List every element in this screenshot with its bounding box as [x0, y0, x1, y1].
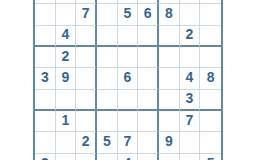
sudoku-cell[interactable]	[35, 4, 56, 25]
sudoku-cell[interactable]: 2	[180, 26, 201, 47]
sudoku-cell[interactable]: 5	[118, 4, 139, 25]
sudoku-cell[interactable]: 8	[200, 68, 221, 89]
sudoku-cell[interactable]	[180, 47, 201, 68]
sudoku-cell[interactable]: 2	[76, 132, 97, 153]
sudoku-cell[interactable]	[35, 132, 56, 153]
sudoku-cell[interactable]	[118, 90, 139, 111]
sudoku-cell[interactable]: 6	[138, 4, 159, 25]
sudoku-cell[interactable]: 7	[76, 4, 97, 25]
sudoku-cell[interactable]: 4	[180, 68, 201, 89]
sudoku-cell[interactable]	[97, 111, 118, 132]
sudoku-cell[interactable]	[159, 111, 180, 132]
sudoku-cell[interactable]	[35, 90, 56, 111]
sudoku-cell[interactable]	[56, 132, 77, 153]
sudoku-cell[interactable]	[159, 154, 180, 160]
sudoku-cell[interactable]	[76, 26, 97, 47]
sudoku-cell[interactable]	[76, 154, 97, 160]
sudoku-cell[interactable]	[118, 111, 139, 132]
sudoku-cell[interactable]	[138, 68, 159, 89]
sudoku-cell[interactable]: 9	[159, 132, 180, 153]
sudoku-cell[interactable]	[97, 154, 118, 160]
sudoku-cell[interactable]	[56, 4, 77, 25]
sudoku-board: 7568422396483172579345	[33, 0, 223, 160]
sudoku-cell[interactable]	[97, 90, 118, 111]
sudoku-cell[interactable]: 4	[118, 154, 139, 160]
sudoku-cell[interactable]	[97, 68, 118, 89]
sudoku-cell[interactable]	[159, 90, 180, 111]
sudoku-cell[interactable]	[200, 4, 221, 25]
sudoku-cell[interactable]	[56, 90, 77, 111]
sudoku-cell[interactable]	[76, 47, 97, 68]
sudoku-cell[interactable]	[97, 26, 118, 47]
sudoku-cell[interactable]: 5	[200, 154, 221, 160]
sudoku-cell[interactable]	[200, 111, 221, 132]
sudoku-cell[interactable]	[118, 26, 139, 47]
sudoku-cell[interactable]	[159, 26, 180, 47]
sudoku-cell[interactable]: 7	[180, 111, 201, 132]
sudoku-cell[interactable]	[200, 47, 221, 68]
sudoku-cell[interactable]	[180, 4, 201, 25]
sudoku-cell[interactable]	[138, 154, 159, 160]
sudoku-cell[interactable]: 2	[56, 47, 77, 68]
sudoku-cell[interactable]: 3	[35, 68, 56, 89]
sudoku-cell[interactable]	[76, 111, 97, 132]
sudoku-cell[interactable]: 9	[56, 68, 77, 89]
sudoku-cell[interactable]	[200, 26, 221, 47]
sudoku-cell[interactable]	[76, 68, 97, 89]
sudoku-cell[interactable]	[138, 111, 159, 132]
sudoku-cell[interactable]	[159, 68, 180, 89]
sudoku-cell[interactable]	[138, 47, 159, 68]
sudoku-cell[interactable]: 3	[180, 90, 201, 111]
sudoku-cell[interactable]	[35, 111, 56, 132]
sudoku-cell[interactable]	[97, 4, 118, 25]
sudoku-cell[interactable]	[180, 132, 201, 153]
sudoku-cell[interactable]	[159, 47, 180, 68]
sudoku-screen: 7568422396483172579345	[0, 0, 256, 160]
sudoku-cell[interactable]: 6	[118, 68, 139, 89]
sudoku-cell[interactable]	[97, 47, 118, 68]
sudoku-cell[interactable]	[56, 154, 77, 160]
sudoku-cell[interactable]	[138, 132, 159, 153]
sudoku-cell[interactable]	[180, 154, 201, 160]
sudoku-cell[interactable]: 5	[97, 132, 118, 153]
sudoku-cell[interactable]	[138, 90, 159, 111]
sudoku-cell[interactable]	[118, 47, 139, 68]
sudoku-cell[interactable]	[138, 26, 159, 47]
sudoku-cell[interactable]	[200, 90, 221, 111]
sudoku-cell[interactable]: 3	[35, 154, 56, 160]
sudoku-cell[interactable]	[35, 47, 56, 68]
sudoku-cell[interactable]: 4	[56, 26, 77, 47]
sudoku-cell[interactable]	[35, 26, 56, 47]
sudoku-cell[interactable]: 7	[118, 132, 139, 153]
sudoku-cell[interactable]	[200, 132, 221, 153]
sudoku-cell[interactable]: 1	[56, 111, 77, 132]
sudoku-cell[interactable]	[76, 90, 97, 111]
sudoku-cell[interactable]: 8	[159, 4, 180, 25]
